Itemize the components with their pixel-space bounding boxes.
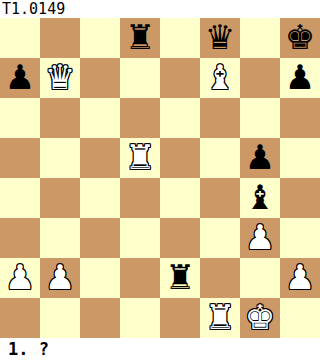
square-g1[interactable]: ♚ — [240, 298, 280, 338]
square-b7[interactable]: ♛ — [40, 58, 80, 98]
square-g4[interactable]: ♝ — [240, 178, 280, 218]
chess-board: ♜♛♚♟♛♝♟♜♟♝♟♟♟♜♟♜♚ — [0, 18, 320, 338]
square-d3[interactable] — [120, 218, 160, 258]
square-e3[interactable] — [160, 218, 200, 258]
square-b8[interactable] — [40, 18, 80, 58]
square-d1[interactable] — [120, 298, 160, 338]
square-d5[interactable]: ♜ — [120, 138, 160, 178]
square-g6[interactable] — [240, 98, 280, 138]
square-h5[interactable] — [280, 138, 320, 178]
square-e4[interactable] — [160, 178, 200, 218]
puzzle-title-text: T1.0149 — [2, 0, 65, 18]
square-b3[interactable] — [40, 218, 80, 258]
square-c4[interactable] — [80, 178, 120, 218]
square-h3[interactable] — [280, 218, 320, 258]
black-pawn-h7[interactable]: ♟ — [285, 60, 315, 94]
square-a1[interactable] — [0, 298, 40, 338]
white-pawn-g3[interactable]: ♟ — [245, 220, 275, 254]
square-c2[interactable] — [80, 258, 120, 298]
white-rook-f1[interactable]: ♜ — [205, 300, 235, 334]
square-a3[interactable] — [0, 218, 40, 258]
square-f4[interactable] — [200, 178, 240, 218]
square-h2[interactable]: ♟ — [280, 258, 320, 298]
square-c5[interactable] — [80, 138, 120, 178]
square-e6[interactable] — [160, 98, 200, 138]
square-e1[interactable] — [160, 298, 200, 338]
square-h8[interactable]: ♚ — [280, 18, 320, 58]
square-g5[interactable]: ♟ — [240, 138, 280, 178]
square-a2[interactable]: ♟ — [0, 258, 40, 298]
square-e8[interactable] — [160, 18, 200, 58]
square-h1[interactable] — [280, 298, 320, 338]
square-c1[interactable] — [80, 298, 120, 338]
move-prompt: 1. ? — [0, 338, 320, 360]
square-f2[interactable] — [200, 258, 240, 298]
white-pawn-a2[interactable]: ♟ — [5, 260, 35, 294]
white-queen-b7[interactable]: ♛ — [45, 60, 75, 94]
square-d4[interactable] — [120, 178, 160, 218]
square-b1[interactable] — [40, 298, 80, 338]
black-rook-d8[interactable]: ♜ — [125, 20, 155, 54]
square-a4[interactable] — [0, 178, 40, 218]
square-d8[interactable]: ♜ — [120, 18, 160, 58]
white-pawn-h2[interactable]: ♟ — [285, 260, 315, 294]
square-g8[interactable] — [240, 18, 280, 58]
square-f6[interactable] — [200, 98, 240, 138]
black-pawn-g5[interactable]: ♟ — [245, 140, 275, 174]
square-f1[interactable]: ♜ — [200, 298, 240, 338]
white-pawn-b2[interactable]: ♟ — [45, 260, 75, 294]
white-king-g1[interactable]: ♚ — [245, 300, 275, 334]
square-b4[interactable] — [40, 178, 80, 218]
white-bishop-f7[interactable]: ♝ — [205, 60, 235, 94]
square-c7[interactable] — [80, 58, 120, 98]
square-f7[interactable]: ♝ — [200, 58, 240, 98]
black-queen-f8[interactable]: ♛ — [205, 20, 235, 54]
square-f3[interactable] — [200, 218, 240, 258]
square-a7[interactable]: ♟ — [0, 58, 40, 98]
square-a6[interactable] — [0, 98, 40, 138]
square-c8[interactable] — [80, 18, 120, 58]
move-prompt-text: 1. ? — [8, 339, 49, 359]
puzzle-title: T1.0149 — [0, 0, 320, 18]
square-d7[interactable] — [120, 58, 160, 98]
black-king-h8[interactable]: ♚ — [285, 20, 315, 54]
square-h7[interactable]: ♟ — [280, 58, 320, 98]
square-c3[interactable] — [80, 218, 120, 258]
square-f5[interactable] — [200, 138, 240, 178]
square-a5[interactable] — [0, 138, 40, 178]
square-b2[interactable]: ♟ — [40, 258, 80, 298]
square-e5[interactable] — [160, 138, 200, 178]
square-h4[interactable] — [280, 178, 320, 218]
black-rook-e2[interactable]: ♜ — [165, 260, 195, 294]
square-b5[interactable] — [40, 138, 80, 178]
square-h6[interactable] — [280, 98, 320, 138]
square-c6[interactable] — [80, 98, 120, 138]
square-d2[interactable] — [120, 258, 160, 298]
white-rook-d5[interactable]: ♜ — [125, 140, 155, 174]
square-g3[interactable]: ♟ — [240, 218, 280, 258]
square-g7[interactable] — [240, 58, 280, 98]
square-b6[interactable] — [40, 98, 80, 138]
square-e2[interactable]: ♜ — [160, 258, 200, 298]
black-pawn-a7[interactable]: ♟ — [5, 60, 35, 94]
square-g2[interactable] — [240, 258, 280, 298]
square-d6[interactable] — [120, 98, 160, 138]
black-bishop-g4[interactable]: ♝ — [245, 180, 275, 214]
square-e7[interactable] — [160, 58, 200, 98]
square-a8[interactable] — [0, 18, 40, 58]
square-f8[interactable]: ♛ — [200, 18, 240, 58]
